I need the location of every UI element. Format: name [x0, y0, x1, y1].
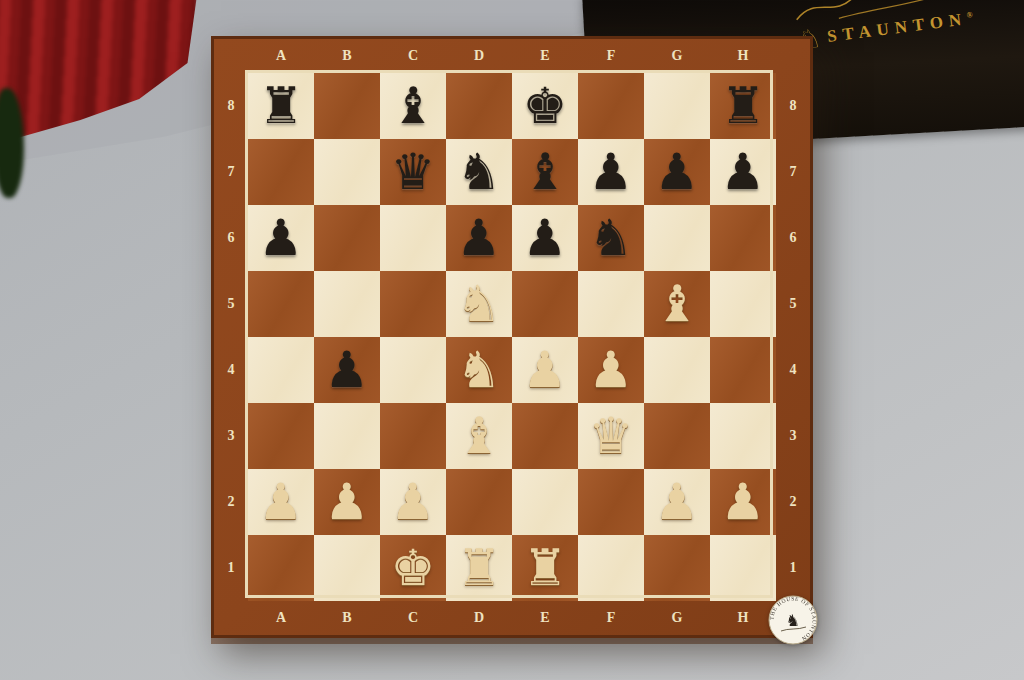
square-c2[interactable]: ♟ [380, 469, 446, 535]
rank-label-7: 7 [214, 139, 248, 205]
square-e3[interactable] [512, 403, 578, 469]
rank-label-1: 1 [214, 535, 248, 601]
black-bishop[interactable]: ♝ [391, 81, 436, 131]
white-pawn[interactable]: ♟ [391, 477, 436, 527]
rank-label-4: 4 [214, 337, 248, 403]
square-a4[interactable] [248, 337, 314, 403]
white-pawn[interactable]: ♟ [259, 477, 304, 527]
square-a6[interactable]: ♟ [248, 205, 314, 271]
square-a8[interactable]: ♜ [248, 73, 314, 139]
square-f2[interactable] [578, 469, 644, 535]
square-b3[interactable] [314, 403, 380, 469]
rank-label-5: 5 [776, 271, 810, 337]
white-pawn[interactable]: ♟ [655, 477, 700, 527]
rank-label-8: 8 [776, 73, 810, 139]
square-b2[interactable]: ♟ [314, 469, 380, 535]
square-a5[interactable] [248, 271, 314, 337]
rank-label-8: 8 [214, 73, 248, 139]
rank-label-3: 3 [776, 403, 810, 469]
white-pawn[interactable]: ♟ [721, 477, 766, 527]
black-queen[interactable]: ♛ [391, 147, 436, 197]
rank-label-6: 6 [776, 205, 810, 271]
square-d5[interactable]: ♞ [446, 271, 512, 337]
square-d7[interactable]: ♞ [446, 139, 512, 205]
house-of-staunton-logo: THE HOUSE OF STAUNTON ♞ [768, 595, 818, 645]
square-h2[interactable]: ♟ [710, 469, 776, 535]
square-f3[interactable]: ♛ [578, 403, 644, 469]
square-g1[interactable] [644, 535, 710, 601]
file-label-a: A [248, 39, 314, 73]
square-f8[interactable] [578, 73, 644, 139]
square-e8[interactable]: ♚ [512, 73, 578, 139]
white-pawn[interactable]: ♟ [523, 345, 568, 395]
square-e7[interactable]: ♝ [512, 139, 578, 205]
square-g7[interactable]: ♟ [644, 139, 710, 205]
white-pawn[interactable]: ♟ [589, 345, 634, 395]
square-h3[interactable] [710, 403, 776, 469]
square-e4[interactable]: ♟ [512, 337, 578, 403]
square-c8[interactable]: ♝ [380, 73, 446, 139]
square-d8[interactable] [446, 73, 512, 139]
black-knight[interactable]: ♞ [457, 147, 502, 197]
rank-label-4: 4 [776, 337, 810, 403]
registered-mark: ® [966, 10, 973, 20]
file-label-b: B [314, 601, 380, 635]
rank-label-2: 2 [214, 469, 248, 535]
black-pawn[interactable]: ♟ [721, 147, 766, 197]
white-knight[interactable]: ♞ [457, 279, 502, 329]
file-label-a: A [248, 601, 314, 635]
square-c1[interactable]: ♚ [380, 535, 446, 601]
square-f7[interactable]: ♟ [578, 139, 644, 205]
board-grid: THE HOUSE OF STAUNTON ♞ ABCDEFGH8♜♝♚♜87♛… [211, 36, 813, 638]
black-pawn[interactable]: ♟ [589, 147, 634, 197]
file-label-e: E [512, 601, 578, 635]
square-d6[interactable]: ♟ [446, 205, 512, 271]
black-bishop[interactable]: ♝ [523, 147, 568, 197]
black-king[interactable]: ♚ [523, 81, 568, 131]
black-rook[interactable]: ♜ [721, 81, 766, 131]
board-corner [214, 39, 248, 73]
board-corner [776, 39, 810, 73]
square-e2[interactable] [512, 469, 578, 535]
square-d1[interactable]: ♜ [446, 535, 512, 601]
board-corner [214, 601, 248, 635]
square-h8[interactable]: ♜ [710, 73, 776, 139]
rank-label-6: 6 [214, 205, 248, 271]
square-b4[interactable]: ♟ [314, 337, 380, 403]
file-label-c: C [380, 601, 446, 635]
file-label-f: F [578, 39, 644, 73]
square-b7[interactable] [314, 139, 380, 205]
square-a7[interactable] [248, 139, 314, 205]
square-f1[interactable] [578, 535, 644, 601]
black-pawn[interactable]: ♟ [523, 213, 568, 263]
square-b8[interactable] [314, 73, 380, 139]
file-label-d: D [446, 39, 512, 73]
square-g5[interactable]: ♝ [644, 271, 710, 337]
white-rook[interactable]: ♜ [523, 543, 568, 593]
black-pawn[interactable]: ♟ [259, 213, 304, 263]
rank-label-2: 2 [776, 469, 810, 535]
white-pawn[interactable]: ♟ [325, 477, 370, 527]
square-g4[interactable] [644, 337, 710, 403]
rank-label-3: 3 [214, 403, 248, 469]
file-label-f: F [578, 601, 644, 635]
white-knight[interactable]: ♞ [457, 345, 502, 395]
rank-label-1: 1 [776, 535, 810, 601]
square-e6[interactable]: ♟ [512, 205, 578, 271]
file-label-g: G [644, 39, 710, 73]
square-d3[interactable]: ♝ [446, 403, 512, 469]
square-d4[interactable]: ♞ [446, 337, 512, 403]
black-pawn[interactable]: ♟ [457, 213, 502, 263]
file-label-d: D [446, 601, 512, 635]
white-king[interactable]: ♚ [391, 543, 436, 593]
square-c6[interactable] [380, 205, 446, 271]
black-knight[interactable]: ♞ [589, 213, 634, 263]
file-label-h: H [710, 39, 776, 73]
photo-scene: ♘ STAUNTON® THE HOUSE OF STAUNTON ♞ ABCD… [0, 0, 1024, 680]
square-e1[interactable]: ♜ [512, 535, 578, 601]
square-h5[interactable] [710, 271, 776, 337]
square-b1[interactable] [314, 535, 380, 601]
square-g6[interactable] [644, 205, 710, 271]
square-h6[interactable] [710, 205, 776, 271]
chess-board: THE HOUSE OF STAUNTON ♞ ABCDEFGH8♜♝♚♜87♛… [211, 36, 813, 638]
square-c7[interactable]: ♛ [380, 139, 446, 205]
black-pawn[interactable]: ♟ [655, 147, 700, 197]
square-h7[interactable]: ♟ [710, 139, 776, 205]
square-a1[interactable] [248, 535, 314, 601]
square-e5[interactable] [512, 271, 578, 337]
square-c3[interactable] [380, 403, 446, 469]
white-queen[interactable]: ♛ [589, 411, 634, 461]
square-a2[interactable]: ♟ [248, 469, 314, 535]
square-d2[interactable] [446, 469, 512, 535]
square-f4[interactable]: ♟ [578, 337, 644, 403]
file-label-c: C [380, 39, 446, 73]
white-rook[interactable]: ♜ [457, 543, 502, 593]
square-b5[interactable] [314, 271, 380, 337]
square-g2[interactable]: ♟ [644, 469, 710, 535]
square-a3[interactable] [248, 403, 314, 469]
logo-knight-icon: ♞ [786, 611, 800, 630]
file-label-h: H [710, 601, 776, 635]
square-f6[interactable]: ♞ [578, 205, 644, 271]
square-h1[interactable] [710, 535, 776, 601]
square-g3[interactable] [644, 403, 710, 469]
square-g8[interactable] [644, 73, 710, 139]
file-label-e: E [512, 39, 578, 73]
square-f5[interactable] [578, 271, 644, 337]
file-label-b: B [314, 39, 380, 73]
square-b6[interactable] [314, 205, 380, 271]
white-bishop[interactable]: ♝ [655, 279, 700, 329]
rank-label-5: 5 [214, 271, 248, 337]
white-bishop[interactable]: ♝ [457, 411, 502, 461]
black-rook[interactable]: ♜ [259, 81, 304, 131]
rank-label-7: 7 [776, 139, 810, 205]
square-h4[interactable] [710, 337, 776, 403]
square-c5[interactable] [380, 271, 446, 337]
square-c4[interactable] [380, 337, 446, 403]
black-pawn[interactable]: ♟ [325, 345, 370, 395]
file-label-g: G [644, 601, 710, 635]
